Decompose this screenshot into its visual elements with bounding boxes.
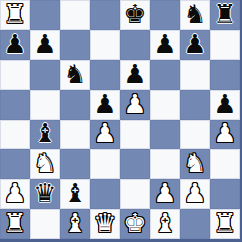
square-f6[interactable]	[150, 60, 180, 90]
white-rook[interactable]: ♜	[3, 210, 26, 236]
square-e8[interactable]: ♚	[120, 0, 150, 30]
square-e3[interactable]	[120, 149, 150, 179]
square-h6[interactable]	[210, 60, 240, 90]
black-pawn[interactable]: ♟	[93, 91, 116, 117]
square-b5[interactable]	[30, 90, 60, 120]
white-pawn[interactable]: ♟	[123, 91, 146, 117]
square-g3[interactable]: ♞	[180, 149, 210, 179]
square-a1[interactable]: ♜	[0, 209, 30, 239]
square-g8[interactable]: ♞	[180, 0, 210, 30]
square-b2[interactable]: ♛	[30, 179, 60, 209]
square-g1[interactable]	[180, 209, 210, 239]
chess-board-container: ♜♚♞♜♟♟♟♟♞♟♟♟♟♝♟♟♞♞♟♛♝♟♟♜♝♛♚♝♜	[0, 0, 242, 242]
black-queen[interactable]: ♛	[33, 180, 56, 206]
square-g6[interactable]	[180, 60, 210, 90]
square-e5[interactable]: ♟	[120, 90, 150, 120]
square-a8[interactable]: ♜	[0, 0, 30, 30]
white-pawn[interactable]: ♟	[3, 180, 26, 206]
square-c5[interactable]	[60, 90, 90, 120]
white-pawn[interactable]: ♟	[93, 120, 116, 146]
white-bishop[interactable]: ♝	[153, 210, 176, 236]
square-d2[interactable]	[90, 179, 120, 209]
square-b7[interactable]: ♟	[30, 30, 60, 60]
square-f8[interactable]	[150, 0, 180, 30]
square-d6[interactable]	[90, 60, 120, 90]
square-c3[interactable]	[60, 149, 90, 179]
chess-board[interactable]: ♜♚♞♜♟♟♟♟♞♟♟♟♟♝♟♟♞♞♟♛♝♟♟♜♝♛♚♝♜	[0, 0, 242, 242]
square-g5[interactable]	[180, 90, 210, 120]
black-knight[interactable]: ♞	[183, 1, 206, 27]
white-rook[interactable]: ♜	[213, 210, 236, 236]
white-rook[interactable]: ♜	[3, 1, 26, 27]
square-e2[interactable]	[120, 179, 150, 209]
black-bishop[interactable]: ♝	[33, 120, 56, 146]
square-a6[interactable]	[0, 60, 30, 90]
square-d3[interactable]	[90, 149, 120, 179]
square-h5[interactable]: ♟	[210, 90, 240, 120]
square-b4[interactable]: ♝	[30, 120, 60, 150]
square-c6[interactable]: ♞	[60, 60, 90, 90]
square-d8[interactable]	[90, 0, 120, 30]
square-h3[interactable]	[210, 149, 240, 179]
square-d4[interactable]: ♟	[90, 120, 120, 150]
square-h4[interactable]: ♟	[210, 120, 240, 150]
square-c2[interactable]: ♝	[60, 179, 90, 209]
square-d1[interactable]: ♛	[90, 209, 120, 239]
square-h1[interactable]: ♜	[210, 209, 240, 239]
square-g7[interactable]: ♟	[180, 30, 210, 60]
square-c1[interactable]: ♝	[60, 209, 90, 239]
black-king[interactable]: ♚	[123, 1, 146, 27]
white-pawn[interactable]: ♟	[153, 180, 176, 206]
white-knight[interactable]: ♞	[183, 150, 206, 176]
square-a2[interactable]: ♟	[0, 179, 30, 209]
black-knight[interactable]: ♞	[63, 61, 86, 87]
black-pawn[interactable]: ♟	[33, 31, 56, 57]
square-c7[interactable]	[60, 30, 90, 60]
white-pawn[interactable]: ♟	[213, 120, 236, 146]
square-h2[interactable]	[210, 179, 240, 209]
square-e4[interactable]	[120, 120, 150, 150]
square-c8[interactable]	[60, 0, 90, 30]
square-b8[interactable]	[30, 0, 60, 30]
square-c4[interactable]	[60, 120, 90, 150]
black-pawn[interactable]: ♟	[3, 31, 26, 57]
square-f4[interactable]	[150, 120, 180, 150]
black-pawn[interactable]: ♟	[123, 61, 146, 87]
square-f5[interactable]	[150, 90, 180, 120]
black-pawn[interactable]: ♟	[153, 31, 176, 57]
square-f2[interactable]: ♟	[150, 179, 180, 209]
square-g4[interactable]	[180, 120, 210, 150]
square-d7[interactable]	[90, 30, 120, 60]
square-e6[interactable]: ♟	[120, 60, 150, 90]
square-a4[interactable]	[0, 120, 30, 150]
black-rook[interactable]: ♜	[213, 1, 236, 27]
square-b6[interactable]	[30, 60, 60, 90]
white-king[interactable]: ♚	[123, 210, 146, 236]
square-f1[interactable]: ♝	[150, 209, 180, 239]
square-d5[interactable]: ♟	[90, 90, 120, 120]
square-e1[interactable]: ♚	[120, 209, 150, 239]
square-h8[interactable]: ♜	[210, 0, 240, 30]
white-queen[interactable]: ♛	[93, 210, 116, 236]
white-knight[interactable]: ♞	[33, 150, 56, 176]
black-pawn[interactable]: ♟	[213, 91, 236, 117]
square-e7[interactable]	[120, 30, 150, 60]
square-b1[interactable]	[30, 209, 60, 239]
white-pawn[interactable]: ♟	[183, 180, 206, 206]
square-f3[interactable]	[150, 149, 180, 179]
black-bishop[interactable]: ♝	[63, 180, 86, 206]
square-f7[interactable]: ♟	[150, 30, 180, 60]
square-a3[interactable]	[0, 149, 30, 179]
square-g2[interactable]: ♟	[180, 179, 210, 209]
square-b3[interactable]: ♞	[30, 149, 60, 179]
black-pawn[interactable]: ♟	[183, 31, 206, 57]
square-a7[interactable]: ♟	[0, 30, 30, 60]
square-h7[interactable]	[210, 30, 240, 60]
white-bishop[interactable]: ♝	[63, 210, 86, 236]
square-a5[interactable]	[0, 90, 30, 120]
